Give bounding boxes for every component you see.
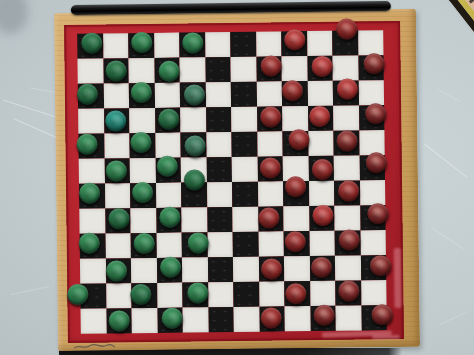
red-checker-r1c9[interactable] [311, 56, 332, 77]
checker-paint-mottle [341, 183, 356, 198]
checker-paint-mottle [314, 260, 329, 275]
checker-paint-mottle [374, 307, 389, 322]
checker-paint-mottle [368, 106, 383, 121]
checker-paint-mottle [137, 236, 152, 251]
checker-paint-mottle [135, 185, 150, 200]
checker-paint-mottle [82, 236, 97, 251]
red-checker-r3c7[interactable] [260, 106, 281, 127]
checker-paint-mottle [373, 258, 388, 273]
checker-paint-mottle [71, 287, 86, 302]
red-checker-r9c7[interactable] [261, 258, 282, 279]
checker-paint-mottle [134, 85, 149, 100]
green-checker-r7c1[interactable] [108, 208, 129, 229]
red-checker-r1c7[interactable] [260, 55, 281, 76]
green-checker-r5c1[interactable] [105, 160, 126, 181]
green-checker-r4c0[interactable] [77, 134, 98, 155]
checker-paint-mottle [191, 285, 206, 300]
green-checker-r2c0[interactable] [77, 84, 98, 105]
checker-paint-mottle [262, 160, 277, 175]
red-checker-r10c8[interactable] [285, 283, 306, 304]
red-checker-r0c10[interactable] [336, 18, 357, 39]
checker-paint-mottle [164, 311, 179, 326]
green-checker-r7c3[interactable] [159, 207, 180, 228]
red-checker-r2c8[interactable] [282, 80, 303, 101]
red-checker-r7c7[interactable] [258, 207, 279, 228]
checker-paint-mottle [111, 211, 126, 226]
red-checker-r0c8[interactable] [284, 29, 305, 50]
piece-layer [0, 0, 474, 355]
checker-paint-mottle [108, 113, 123, 128]
red-checker-r5c9[interactable] [311, 159, 332, 180]
green-checker-r8c2[interactable] [134, 233, 155, 254]
green-checker-r10c2[interactable] [130, 284, 151, 305]
checker-paint-mottle [264, 261, 279, 276]
checker-paint-mottle [340, 133, 355, 148]
checker-paint-mottle [342, 232, 357, 247]
red-checker-r7c9[interactable] [312, 205, 333, 226]
red-checker-r4c10[interactable] [337, 130, 358, 151]
red-checker-r6c8[interactable] [285, 176, 306, 197]
checker-paint-mottle [84, 36, 99, 51]
checker-paint-mottle [288, 179, 303, 194]
checker-paint-mottle [134, 35, 149, 50]
green-checker-r11c1[interactable] [108, 310, 129, 331]
red-checker-r8c8[interactable] [285, 231, 306, 252]
checker-paint-mottle [292, 132, 307, 147]
checker-paint-mottle [340, 81, 355, 96]
checker-paint-mottle [163, 260, 178, 275]
checker-paint-mottle [315, 208, 330, 223]
green-checker-r0c4[interactable] [182, 32, 203, 53]
red-checker-r10c10[interactable] [338, 280, 359, 301]
green-checker-r6c0[interactable] [79, 183, 100, 204]
green-checker-r1c1[interactable] [105, 60, 126, 81]
checker-paint-mottle [161, 112, 176, 127]
checker-paint-mottle [111, 313, 126, 328]
green-checker-r0c2[interactable] [131, 32, 152, 53]
checker-paint-mottle [339, 21, 354, 36]
checker-paint-mottle [134, 135, 149, 150]
checker-paint-mottle [80, 137, 95, 152]
green-checker-r0c0[interactable] [81, 33, 102, 54]
checker-paint-mottle [314, 59, 329, 74]
checker-paint-mottle [162, 210, 177, 225]
green-checker-r9c1[interactable] [106, 260, 127, 281]
checker-paint-mottle [263, 310, 278, 325]
checker-paint-mottle [108, 63, 123, 78]
green-checker-r4c4[interactable] [185, 135, 206, 156]
green-checker-r3c3[interactable] [158, 109, 179, 130]
red-checker-r11c9[interactable] [313, 305, 334, 326]
checker-paint-mottle [312, 109, 327, 124]
green-checker-r8c4[interactable] [188, 232, 209, 253]
checker-paint-mottle [134, 287, 149, 302]
checker-paint-mottle [342, 283, 357, 298]
green-checker-r10c4[interactable] [187, 282, 208, 303]
red-checker-r9c9[interactable] [311, 257, 332, 278]
checker-paint-mottle [188, 138, 203, 153]
checker-paint-mottle [109, 263, 124, 278]
checker-paint-mottle [366, 56, 381, 71]
checker-paint-mottle [316, 308, 331, 323]
green-checker-r8c0[interactable] [79, 233, 100, 254]
red-checker-r3c9[interactable] [309, 106, 330, 127]
green-checker-r5c3[interactable] [156, 156, 177, 177]
checkers-board-box [0, 0, 474, 355]
checker-paint-mottle [368, 155, 383, 170]
checker-paint-mottle [191, 235, 206, 250]
red-checker-r3c11[interactable] [365, 103, 386, 124]
red-checker-r2c10[interactable] [337, 78, 358, 99]
checker-paint-mottle [263, 58, 278, 73]
checker-paint-mottle [161, 64, 176, 79]
checker-paint-mottle [285, 83, 300, 98]
checker-paint-mottle [82, 186, 97, 201]
checker-paint-mottle [109, 163, 124, 178]
photo-of-checkers-table [0, 0, 474, 355]
red-checker-r1c11[interactable] [363, 53, 384, 74]
red-checker-r5c7[interactable] [259, 157, 280, 178]
red-checker-r4c8[interactable] [289, 129, 310, 150]
green-checker-r2c2[interactable] [131, 82, 152, 103]
checker-paint-mottle [315, 162, 330, 177]
checker-paint-mottle [187, 172, 202, 187]
red-checker-r7c11[interactable] [367, 203, 388, 224]
green-checker-r6c4[interactable] [184, 169, 205, 190]
checker-paint-mottle [187, 87, 202, 102]
red-checker-r8c10[interactable] [339, 229, 360, 250]
green-checker-r6c2[interactable] [132, 182, 153, 203]
red-checker-r11c11[interactable] [371, 304, 392, 325]
red-checker-r6c10[interactable] [338, 180, 359, 201]
checker-paint-mottle [263, 109, 278, 124]
checker-paint-mottle [185, 35, 200, 50]
checker-paint-mottle [288, 234, 303, 249]
checker-paint-mottle [370, 206, 385, 221]
checker-paint-mottle [159, 159, 174, 174]
checker-paint-mottle [80, 87, 95, 102]
green-checker-r1c3[interactable] [158, 61, 179, 82]
checker-paint-mottle [289, 286, 304, 301]
green-checker-r3c1[interactable] [105, 110, 126, 131]
checker-paint-mottle [287, 32, 302, 47]
green-checker-r11c3[interactable] [161, 308, 182, 329]
checker-paint-mottle [261, 210, 276, 225]
red-checker-r11c7[interactable] [260, 307, 281, 328]
red-checker-r5c11[interactable] [365, 152, 386, 173]
green-checker-r10c0[interactable] [67, 284, 88, 305]
green-checker-r4c2[interactable] [131, 132, 152, 153]
green-checker-r9c3[interactable] [160, 257, 181, 278]
red-checker-r9c11[interactable] [370, 255, 391, 276]
green-checker-r2c4[interactable] [184, 84, 205, 105]
